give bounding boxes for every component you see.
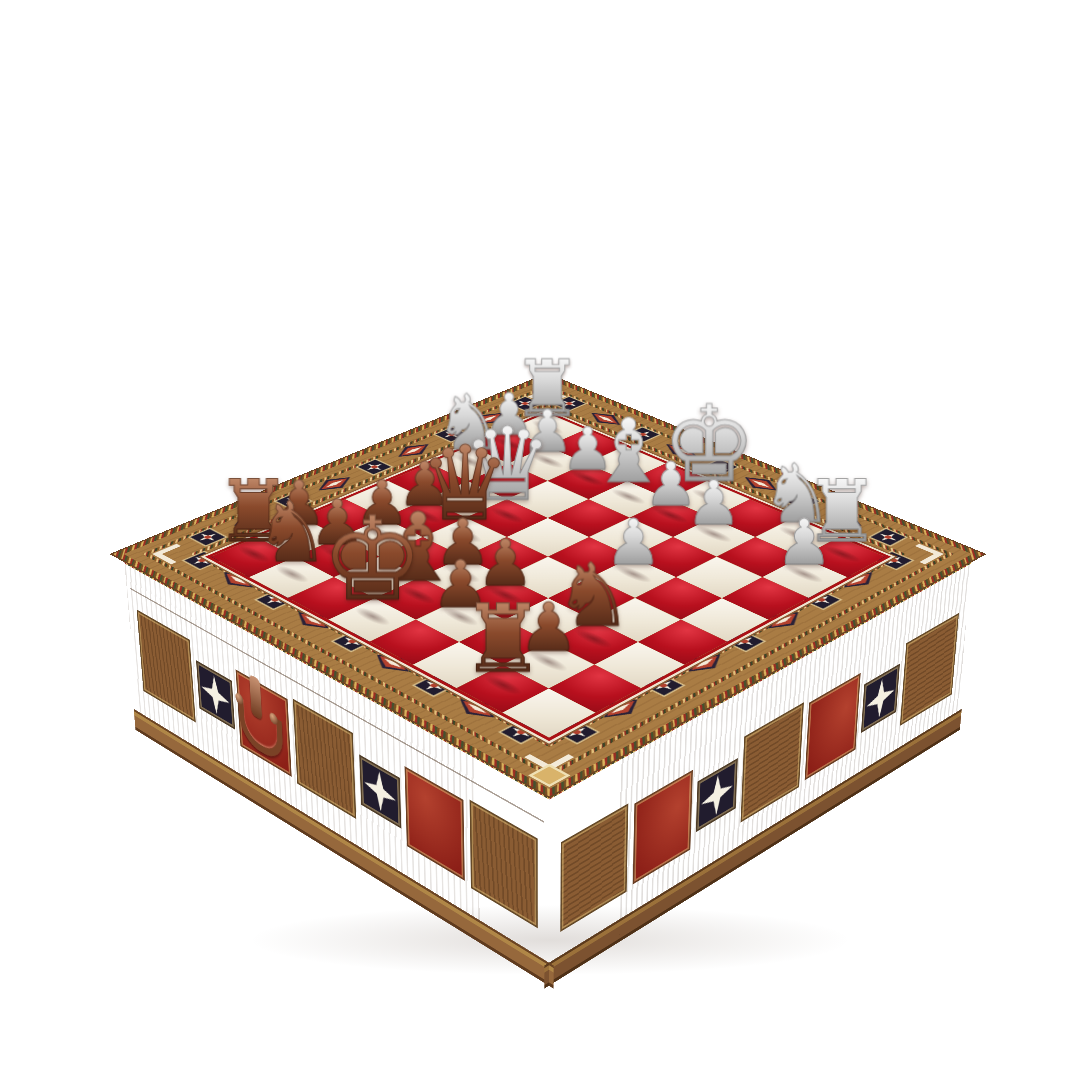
diamond-inlay-icon	[737, 473, 785, 494]
handle-knob-right	[269, 711, 278, 726]
star-inlay-panel	[861, 664, 900, 733]
diamond-inlay-icon	[658, 440, 704, 460]
wood-inlay-panel	[137, 609, 196, 722]
square-e4[interactable]	[505, 557, 591, 598]
star-inlay-icon	[276, 493, 310, 509]
star-inlay-panel	[696, 758, 738, 832]
chess-set-photo: ♜♚♞♜♟♟♟♝♟♟♟♞♛♟♛♟♟♟♟♞♟♟♝♟♟♜♞♚♜	[0, 0, 1080, 1080]
diamond-inlay-icon	[820, 508, 870, 530]
diamond-inlay-icon	[226, 508, 275, 530]
chess-board: ♜♚♞♜♟♟♟♝♟♟♟♞♛♟♛♟♟♟♟♞♟♟♝♟♟♜♞♚♜	[112, 374, 983, 796]
star-inlay-icon	[785, 493, 819, 509]
star-inlay-panel	[359, 754, 401, 828]
corner-mark-left	[152, 544, 196, 565]
star-inlay-icon	[358, 460, 391, 475]
corner-inlay-wedge	[528, 764, 571, 787]
star-inlay-icon	[871, 529, 906, 545]
diamond-inlay-icon	[466, 409, 511, 428]
wood-inlay-panel	[470, 800, 538, 929]
diamond-inlay-icon	[583, 409, 628, 428]
wood-inlay-panel	[741, 702, 804, 822]
square-g7[interactable]	[717, 537, 801, 577]
corner-mark-right	[900, 544, 944, 565]
diamond-inlay-icon	[390, 440, 436, 460]
star-inlay-icon	[704, 460, 737, 475]
red-inlay-panel	[804, 673, 860, 780]
star-inlay-icon	[435, 427, 467, 441]
wood-inlay-panel	[900, 613, 959, 726]
red-inlay-panel	[405, 766, 465, 881]
red-inlay-panel	[633, 770, 693, 885]
perspective-stage: ♜♚♞♜♟♟♟♝♟♟♟♞♛♟♛♟♟♟♟♞♟♟♝♟♟♜♞♚♜	[0, 0, 1080, 1080]
diamond-inlay-icon	[310, 473, 358, 494]
star-inlay-panel	[196, 660, 235, 729]
wood-inlay-panel	[293, 699, 356, 819]
wood-inlay-panel	[560, 803, 628, 932]
star-inlay-icon	[190, 529, 225, 545]
square-c1[interactable]	[288, 577, 375, 619]
star-inlay-icon	[627, 427, 659, 441]
